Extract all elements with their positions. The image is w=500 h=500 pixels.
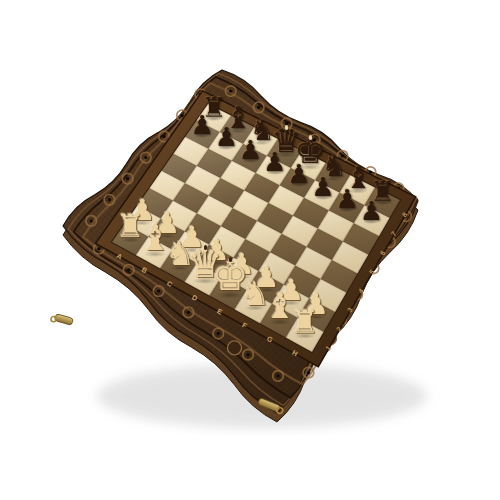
scroll-motif-dot	[157, 289, 160, 292]
scroll-motif-dot	[144, 156, 147, 159]
scroll-motif-dot	[313, 138, 316, 141]
scroll-motif-dot	[276, 374, 279, 377]
scroll-motif-dot	[90, 219, 93, 222]
scroll-motif-dot	[108, 198, 111, 201]
scroll-motif-dot	[257, 106, 260, 109]
scroll-motif-dot	[126, 177, 129, 180]
scroll-motif-dot	[97, 247, 100, 250]
scroll-motif-dot	[180, 114, 183, 117]
scroll-motif-dot	[285, 122, 288, 125]
scroll-motif-dot	[162, 135, 165, 138]
scroll-motif-dot	[217, 332, 220, 335]
scroll-motif-dot	[187, 311, 190, 314]
carved-boss	[228, 341, 242, 355]
chess-set-product-photo: ABCDEFGH12345678 ♜♝♞♛♚♞♝♜♟♟♟♟♟♟♟♟♟♟♟♟♟♟♟…	[0, 0, 500, 500]
scroll-motif-dot	[127, 268, 130, 271]
scroll-motif-dot	[229, 89, 232, 92]
scroll-motif-dot	[307, 371, 310, 374]
scroll-motif-dot	[341, 154, 344, 157]
brass-latch-left	[50, 313, 73, 327]
scroll-motif-dot	[246, 353, 249, 356]
